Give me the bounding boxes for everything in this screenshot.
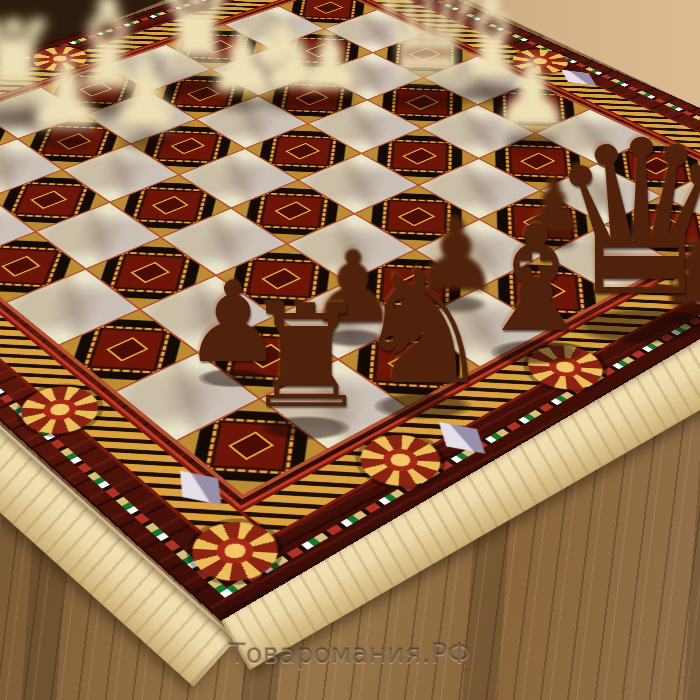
pawn-glyph: ♟ xyxy=(23,46,109,142)
queen-glyph: ♛ xyxy=(368,0,488,100)
rook-glyph: ♜ xyxy=(242,286,369,428)
pawn-glyph: ♟ xyxy=(105,50,187,142)
knight-glyph: ♞ xyxy=(352,248,494,406)
pawn-glyph: ♟ xyxy=(204,20,279,104)
pawn-glyph: ♟ xyxy=(294,22,366,102)
watermark: Товаромания.РФ xyxy=(229,638,472,669)
product-photo: ♜♟♝♟♜♟♞♟♛♝♟♟♜♟♞♟♝♟♛♟ Товаромания.РФ xyxy=(0,0,700,700)
